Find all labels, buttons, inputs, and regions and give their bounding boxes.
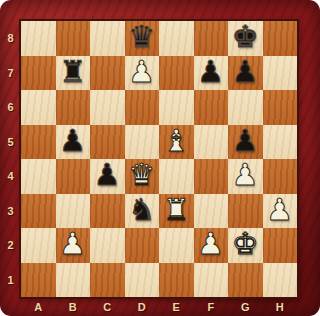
piece-black-pawn[interactable]: ♟ (232, 126, 259, 156)
piece-white-pawn[interactable]: ♟ (197, 229, 224, 259)
piece-white-pawn[interactable]: ♟ (59, 229, 86, 259)
rank-label-6: 6 (0, 90, 21, 125)
piece-black-king[interactable]: ♚ (232, 22, 259, 52)
square-h2[interactable] (263, 228, 298, 263)
square-g8[interactable]: ♚ (228, 21, 263, 56)
square-c3[interactable] (90, 194, 125, 229)
rank-labels: 87654321 (0, 21, 21, 297)
square-d5[interactable] (125, 125, 160, 160)
square-h5[interactable] (263, 125, 298, 160)
square-d2[interactable] (125, 228, 160, 263)
square-f7[interactable]: ♟ (194, 56, 229, 91)
square-a4[interactable] (21, 159, 56, 194)
file-labels: ABCDEFGH (21, 297, 297, 316)
square-b2[interactable]: ♟ (56, 228, 91, 263)
piece-white-pawn[interactable]: ♟ (232, 160, 259, 190)
square-e2[interactable] (159, 228, 194, 263)
file-label-b: B (56, 297, 91, 316)
square-d4[interactable]: ♛ (125, 159, 160, 194)
square-b4[interactable] (56, 159, 91, 194)
board-photo-frame: 87654321 ♛♚♜♟♟♟♟♝♟♟♛♟♞♜♟♟♟♚ ABCDEFGH (0, 0, 320, 316)
piece-black-pawn[interactable]: ♟ (59, 126, 86, 156)
square-d3[interactable]: ♞ (125, 194, 160, 229)
rank-label-8: 8 (0, 21, 21, 56)
rank-label-5: 5 (0, 125, 21, 160)
square-g6[interactable] (228, 90, 263, 125)
piece-white-queen[interactable]: ♛ (128, 160, 155, 190)
piece-white-bishop[interactable]: ♝ (163, 126, 190, 156)
square-g1[interactable] (228, 263, 263, 298)
square-f3[interactable] (194, 194, 229, 229)
square-h6[interactable] (263, 90, 298, 125)
file-label-c: C (90, 297, 125, 316)
file-label-a: A (21, 297, 56, 316)
file-label-h: H (263, 297, 298, 316)
piece-white-king[interactable]: ♚ (232, 229, 259, 259)
square-a5[interactable] (21, 125, 56, 160)
square-e8[interactable] (159, 21, 194, 56)
file-label-f: F (194, 297, 229, 316)
rank-label-2: 2 (0, 228, 21, 263)
square-f4[interactable] (194, 159, 229, 194)
piece-black-pawn[interactable]: ♟ (197, 57, 224, 87)
square-a1[interactable] (21, 263, 56, 298)
square-g5[interactable]: ♟ (228, 125, 263, 160)
file-label-e: E (159, 297, 194, 316)
piece-black-pawn[interactable]: ♟ (232, 57, 259, 87)
piece-white-pawn[interactable]: ♟ (128, 57, 155, 87)
square-e4[interactable] (159, 159, 194, 194)
file-label-g: G (228, 297, 263, 316)
piece-white-rook[interactable]: ♜ (163, 195, 190, 225)
square-a2[interactable] (21, 228, 56, 263)
square-c8[interactable] (90, 21, 125, 56)
square-b7[interactable]: ♜ (56, 56, 91, 91)
square-a8[interactable] (21, 21, 56, 56)
square-c5[interactable] (90, 125, 125, 160)
square-e7[interactable] (159, 56, 194, 91)
square-h1[interactable] (263, 263, 298, 298)
piece-black-queen[interactable]: ♛ (128, 22, 155, 52)
square-f5[interactable] (194, 125, 229, 160)
square-e6[interactable] (159, 90, 194, 125)
square-h4[interactable] (263, 159, 298, 194)
square-d8[interactable]: ♛ (125, 21, 160, 56)
square-c7[interactable] (90, 56, 125, 91)
square-d7[interactable]: ♟ (125, 56, 160, 91)
rank-label-7: 7 (0, 56, 21, 91)
square-f1[interactable] (194, 263, 229, 298)
square-a3[interactable] (21, 194, 56, 229)
chess-board: ♛♚♜♟♟♟♟♝♟♟♛♟♞♜♟♟♟♚ (21, 21, 297, 297)
rank-label-1: 1 (0, 263, 21, 298)
square-c4[interactable]: ♟ (90, 159, 125, 194)
piece-black-rook[interactable]: ♜ (59, 57, 86, 87)
piece-black-knight[interactable]: ♞ (128, 195, 155, 225)
square-a7[interactable] (21, 56, 56, 91)
square-f8[interactable] (194, 21, 229, 56)
square-g3[interactable] (228, 194, 263, 229)
square-b5[interactable]: ♟ (56, 125, 91, 160)
square-c1[interactable] (90, 263, 125, 298)
piece-white-pawn[interactable]: ♟ (266, 195, 293, 225)
square-b1[interactable] (56, 263, 91, 298)
square-g7[interactable]: ♟ (228, 56, 263, 91)
square-g4[interactable]: ♟ (228, 159, 263, 194)
square-f2[interactable]: ♟ (194, 228, 229, 263)
square-b6[interactable] (56, 90, 91, 125)
square-d1[interactable] (125, 263, 160, 298)
square-d6[interactable] (125, 90, 160, 125)
square-h3[interactable]: ♟ (263, 194, 298, 229)
square-e5[interactable]: ♝ (159, 125, 194, 160)
square-c2[interactable] (90, 228, 125, 263)
piece-black-pawn[interactable]: ♟ (94, 160, 121, 190)
square-b3[interactable] (56, 194, 91, 229)
square-e1[interactable] (159, 263, 194, 298)
square-g2[interactable]: ♚ (228, 228, 263, 263)
square-h7[interactable] (263, 56, 298, 91)
square-e3[interactable]: ♜ (159, 194, 194, 229)
file-label-d: D (125, 297, 160, 316)
square-b8[interactable] (56, 21, 91, 56)
square-a6[interactable] (21, 90, 56, 125)
rank-label-4: 4 (0, 159, 21, 194)
square-c6[interactable] (90, 90, 125, 125)
square-h8[interactable] (263, 21, 298, 56)
rank-label-3: 3 (0, 194, 21, 229)
square-f6[interactable] (194, 90, 229, 125)
